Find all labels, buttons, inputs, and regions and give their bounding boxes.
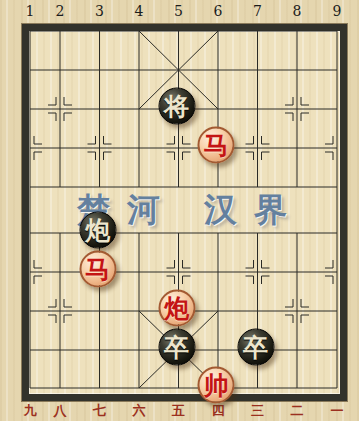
piece-black-general[interactable]: 将 [158,88,195,125]
top-file-label-1: 1 [26,2,35,20]
bottom-file-label-1: 九 [24,402,37,419]
top-file-label-9: 9 [333,2,342,20]
piece-black-soldier[interactable]: 卒 [158,329,195,366]
bottom-file-label-3: 七 [93,402,106,419]
bottom-file-label-9: 一 [331,402,344,419]
top-file-label-2: 2 [56,2,65,20]
top-file-label-4: 4 [135,2,144,20]
piece-black-cannon[interactable]: 炮 [79,212,116,249]
bottom-file-label-6: 四 [212,402,225,419]
bottom-file-label-4: 六 [133,402,146,419]
piece-red-cannon[interactable]: 炮 [158,290,195,327]
piece-red-general[interactable]: 帅 [198,367,235,404]
top-file-label-5: 5 [174,2,183,20]
bottom-file-label-8: 二 [291,402,304,419]
top-file-label-6: 6 [214,2,223,20]
top-file-label-8: 8 [293,2,302,20]
piece-red-horse[interactable]: 马 [198,127,235,164]
river-label-right: 汉界 [204,190,304,230]
top-file-label-7: 7 [253,2,262,20]
xiangqi-app: 楚河 汉界 123456789 九八七六五四三二一 将马炮马炮卒卒帅 [0,0,359,421]
bottom-file-label-2: 八 [54,402,67,419]
bottom-file-label-5: 五 [172,402,185,419]
piece-black-soldier[interactable]: 卒 [237,329,274,366]
top-file-label-3: 3 [95,2,104,20]
bottom-file-label-7: 三 [251,402,264,419]
piece-red-horse[interactable]: 马 [79,251,116,288]
